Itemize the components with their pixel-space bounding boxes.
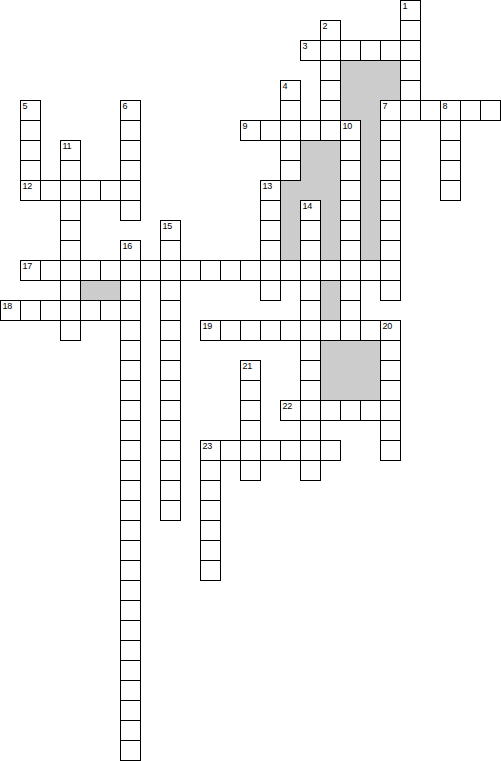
- grid-cell[interactable]: [120, 540, 141, 561]
- grid-cell[interactable]: [160, 480, 181, 501]
- clue-number: 1: [403, 2, 408, 11]
- clue-number: 9: [243, 122, 248, 131]
- grid-cell[interactable]: [60, 320, 81, 341]
- grid-cell[interactable]: [40, 180, 61, 201]
- grid-cell[interactable]: [120, 480, 141, 501]
- shaded-cell: [360, 360, 380, 380]
- grid-cell[interactable]: [60, 300, 81, 321]
- grid-cell[interactable]: [320, 120, 341, 141]
- grid-cell[interactable]: 11: [60, 140, 81, 161]
- grid-cell[interactable]: [220, 260, 241, 281]
- grid-cell[interactable]: [120, 400, 141, 421]
- grid-cell[interactable]: [160, 280, 181, 301]
- grid-cell[interactable]: [120, 600, 141, 621]
- grid-cell[interactable]: [400, 80, 421, 101]
- grid-cell[interactable]: 13: [260, 180, 281, 201]
- grid-cell[interactable]: [140, 260, 161, 281]
- shaded-cell: [360, 340, 380, 360]
- shaded-cell: [280, 200, 300, 220]
- clue-number: 18: [3, 302, 12, 311]
- grid-cell[interactable]: [280, 120, 301, 141]
- grid-cell[interactable]: [120, 680, 141, 701]
- shaded-cell: [320, 340, 340, 360]
- grid-cell[interactable]: 19: [200, 320, 221, 341]
- grid-cell[interactable]: [200, 480, 221, 501]
- grid-cell[interactable]: [240, 260, 261, 281]
- grid-cell[interactable]: [320, 100, 341, 121]
- grid-cell[interactable]: [200, 540, 221, 561]
- grid-cell[interactable]: 16: [120, 240, 141, 261]
- grid-cell[interactable]: [120, 320, 141, 341]
- grid-cell[interactable]: [280, 260, 301, 281]
- grid-cell[interactable]: [120, 280, 141, 301]
- grid-cell[interactable]: [200, 560, 221, 581]
- grid-cell[interactable]: [440, 180, 461, 201]
- grid-cell[interactable]: [300, 240, 321, 261]
- clue-number: 15: [163, 222, 172, 231]
- grid-cell[interactable]: [120, 500, 141, 521]
- grid-cell[interactable]: [160, 460, 181, 481]
- grid-cell[interactable]: [80, 260, 101, 281]
- clue-number: 10: [343, 122, 352, 131]
- shaded-cell: [360, 380, 380, 400]
- clue-number: 12: [23, 182, 32, 191]
- clue-number: 16: [123, 242, 132, 251]
- clue-number: 22: [283, 402, 292, 411]
- grid-cell[interactable]: [160, 360, 181, 381]
- grid-cell[interactable]: [40, 300, 61, 321]
- grid-cell[interactable]: [300, 120, 321, 141]
- clue-number: 21: [243, 362, 252, 371]
- grid-cell[interactable]: [300, 400, 321, 421]
- grid-cell[interactable]: [20, 300, 41, 321]
- grid-cell[interactable]: [240, 420, 261, 441]
- grid-cell[interactable]: [120, 460, 141, 481]
- shaded-cell: [380, 80, 400, 100]
- grid-cell[interactable]: [320, 60, 341, 81]
- clue-number: 23: [203, 442, 212, 451]
- grid-cell[interactable]: [440, 120, 461, 141]
- grid-cell[interactable]: [260, 440, 281, 461]
- grid-cell[interactable]: [100, 180, 121, 201]
- grid-cell[interactable]: [160, 320, 181, 341]
- grid-cell[interactable]: [300, 220, 321, 241]
- grid-cell[interactable]: 4: [280, 80, 301, 101]
- clue-number: 19: [203, 322, 212, 331]
- grid-cell[interactable]: [80, 180, 101, 201]
- grid-cell[interactable]: 21: [240, 360, 261, 381]
- shaded-cell: [280, 220, 300, 240]
- grid-cell[interactable]: [260, 120, 281, 141]
- grid-cell[interactable]: [160, 340, 181, 361]
- grid-cell[interactable]: [120, 640, 141, 661]
- grid-cell[interactable]: 10: [340, 120, 361, 141]
- grid-cell[interactable]: [120, 620, 141, 641]
- grid-cell[interactable]: [400, 40, 421, 61]
- grid-cell[interactable]: [380, 280, 401, 301]
- shaded-cell: [360, 220, 380, 240]
- grid-cell[interactable]: [120, 740, 141, 761]
- grid-cell[interactable]: 9: [240, 120, 261, 141]
- grid-cell[interactable]: [340, 40, 361, 61]
- grid-cell[interactable]: 3: [300, 40, 321, 61]
- grid-cell[interactable]: [160, 420, 181, 441]
- grid-cell[interactable]: [460, 100, 481, 121]
- grid-cell[interactable]: [120, 340, 141, 361]
- grid-cell[interactable]: [60, 240, 81, 261]
- grid-cell[interactable]: [120, 720, 141, 741]
- clue-number: 5: [23, 102, 28, 111]
- grid-cell[interactable]: [60, 220, 81, 241]
- grid-cell[interactable]: [160, 240, 181, 261]
- grid-cell[interactable]: [380, 120, 401, 141]
- grid-cell[interactable]: [120, 440, 141, 461]
- grid-cell[interactable]: [400, 100, 421, 121]
- grid-cell[interactable]: [60, 280, 81, 301]
- grid-cell[interactable]: [420, 100, 441, 121]
- grid-cell[interactable]: [360, 260, 381, 281]
- grid-cell[interactable]: [240, 440, 261, 461]
- grid-cell[interactable]: [120, 360, 141, 381]
- grid-cell[interactable]: [300, 420, 321, 441]
- grid-cell[interactable]: [100, 260, 121, 281]
- grid-cell[interactable]: 17: [20, 260, 41, 281]
- clue-number: 11: [63, 142, 72, 151]
- clue-number: 13: [263, 182, 272, 191]
- grid-cell[interactable]: [320, 440, 341, 461]
- grid-cell[interactable]: [220, 320, 241, 341]
- grid-cell[interactable]: [380, 40, 401, 61]
- grid-cell[interactable]: [200, 460, 221, 481]
- grid-cell[interactable]: [160, 260, 181, 281]
- grid-cell[interactable]: [400, 20, 421, 41]
- grid-cell[interactable]: 18: [0, 300, 21, 321]
- grid-cell[interactable]: [380, 340, 401, 361]
- grid-cell[interactable]: [120, 260, 141, 281]
- clue-number: 2: [323, 22, 328, 31]
- grid-cell[interactable]: [80, 300, 101, 321]
- grid-cell[interactable]: [300, 460, 321, 481]
- clue-number: 17: [23, 262, 32, 271]
- clue-number: 3: [303, 42, 308, 51]
- grid-cell[interactable]: [280, 160, 301, 181]
- clue-number: 7: [383, 102, 388, 111]
- grid-cell[interactable]: [300, 280, 321, 301]
- shaded-cell: [320, 380, 340, 400]
- shaded-cell: [340, 340, 360, 360]
- shaded-cell: [380, 60, 400, 80]
- grid-cell[interactable]: [20, 120, 41, 141]
- grid-cell[interactable]: [440, 160, 461, 181]
- grid-cell[interactable]: [360, 40, 381, 61]
- grid-cell[interactable]: [380, 200, 401, 221]
- grid-cell[interactable]: [20, 140, 41, 161]
- shaded-cell: [300, 140, 320, 160]
- grid-cell[interactable]: [200, 500, 221, 521]
- grid-cell[interactable]: [340, 200, 361, 221]
- grid-cell[interactable]: [260, 260, 281, 281]
- shaded-cell: [280, 180, 300, 200]
- shaded-cell: [320, 280, 340, 300]
- shaded-cell: [360, 120, 380, 140]
- grid-cell[interactable]: 15: [160, 220, 181, 241]
- grid-cell[interactable]: [120, 140, 141, 161]
- shaded-cell: [80, 280, 100, 300]
- grid-cell[interactable]: 20: [380, 320, 401, 341]
- grid-cell[interactable]: [280, 140, 301, 161]
- grid-cell[interactable]: [340, 260, 361, 281]
- shaded-cell: [320, 220, 340, 240]
- shaded-cell: [360, 100, 380, 120]
- grid-cell[interactable]: [120, 380, 141, 401]
- shaded-cell: [360, 80, 380, 100]
- grid-cell[interactable]: [120, 700, 141, 721]
- grid-cell[interactable]: [380, 240, 401, 261]
- grid-cell[interactable]: [120, 420, 141, 441]
- grid-cell[interactable]: [60, 260, 81, 281]
- grid-cell[interactable]: 1: [400, 0, 421, 21]
- grid-cell[interactable]: 5: [20, 100, 41, 121]
- shaded-cell: [360, 60, 380, 80]
- grid-cell[interactable]: [380, 140, 401, 161]
- grid-cell[interactable]: [480, 100, 501, 121]
- grid-cell[interactable]: [300, 260, 321, 281]
- clue-number: 20: [383, 322, 392, 331]
- grid-cell[interactable]: [220, 440, 241, 461]
- grid-cell[interactable]: [120, 200, 141, 221]
- grid-cell[interactable]: [120, 180, 141, 201]
- grid-cell[interactable]: 6: [120, 100, 141, 121]
- shaded-cell: [100, 280, 120, 300]
- shaded-cell: [360, 160, 380, 180]
- grid-cell[interactable]: [340, 400, 361, 421]
- clue-number: 4: [283, 82, 288, 91]
- grid-cell[interactable]: 23: [200, 440, 221, 461]
- clue-number: 6: [123, 102, 128, 111]
- grid-cell[interactable]: [380, 220, 401, 241]
- grid-cell[interactable]: [260, 280, 281, 301]
- grid-cell[interactable]: [320, 260, 341, 281]
- shaded-cell: [360, 200, 380, 220]
- grid-cell[interactable]: [240, 400, 261, 421]
- grid-cell[interactable]: [340, 220, 361, 241]
- grid-cell[interactable]: [320, 80, 341, 101]
- grid-cell[interactable]: [340, 240, 361, 261]
- clue-number: 14: [303, 202, 312, 211]
- shaded-cell: [300, 160, 320, 180]
- grid-cell[interactable]: [300, 300, 321, 321]
- grid-cell[interactable]: [20, 160, 41, 181]
- grid-cell[interactable]: [280, 440, 301, 461]
- grid-cell[interactable]: [380, 260, 401, 281]
- grid-cell[interactable]: [340, 180, 361, 201]
- grid-cell[interactable]: [340, 320, 361, 341]
- grid-cell[interactable]: [160, 300, 181, 321]
- grid-cell[interactable]: [320, 320, 341, 341]
- grid-cell[interactable]: 8: [440, 100, 461, 121]
- grid-cell[interactable]: [160, 380, 181, 401]
- grid-cell[interactable]: [120, 520, 141, 541]
- grid-cell[interactable]: [40, 260, 61, 281]
- shaded-cell: [360, 240, 380, 260]
- shaded-cell: [340, 60, 360, 80]
- shaded-cell: [320, 160, 340, 180]
- grid-cell[interactable]: [200, 260, 221, 281]
- grid-cell[interactable]: [300, 380, 321, 401]
- grid-cell[interactable]: [380, 400, 401, 421]
- grid-cell[interactable]: [340, 140, 361, 161]
- grid-cell[interactable]: [360, 320, 381, 341]
- shaded-cell: [320, 360, 340, 380]
- shaded-cell: [340, 80, 360, 100]
- grid-cell[interactable]: [440, 140, 461, 161]
- grid-cell[interactable]: 14: [300, 200, 321, 221]
- grid-cell[interactable]: [400, 60, 421, 81]
- shaded-cell: [320, 240, 340, 260]
- clue-number: 8: [443, 102, 448, 111]
- grid-cell[interactable]: [360, 400, 381, 421]
- grid-cell[interactable]: [160, 500, 181, 521]
- grid-cell[interactable]: [240, 380, 261, 401]
- crossword-board: 1234567891011121314151617181920212223: [0, 0, 501, 761]
- grid-cell[interactable]: [340, 160, 361, 181]
- grid-cell[interactable]: [60, 180, 81, 201]
- grid-cell[interactable]: 12: [20, 180, 41, 201]
- grid-cell[interactable]: [100, 300, 121, 321]
- shaded-cell: [320, 300, 340, 320]
- grid-cell[interactable]: [120, 120, 141, 141]
- grid-cell[interactable]: [240, 460, 261, 481]
- shaded-cell: [280, 240, 300, 260]
- grid-cell[interactable]: [280, 320, 301, 341]
- shaded-cell: [360, 140, 380, 160]
- grid-cell[interactable]: [340, 280, 361, 301]
- grid-cell[interactable]: [160, 400, 181, 421]
- grid-cell[interactable]: [260, 240, 281, 261]
- grid-cell[interactable]: 22: [280, 400, 301, 421]
- grid-cell[interactable]: [200, 520, 221, 541]
- grid-cell[interactable]: 7: [380, 100, 401, 121]
- shaded-cell: [360, 180, 380, 200]
- grid-cell[interactable]: [60, 160, 81, 181]
- grid-cell[interactable]: [380, 160, 401, 181]
- grid-cell[interactable]: [120, 580, 141, 601]
- grid-cell[interactable]: [300, 320, 321, 341]
- grid-cell[interactable]: [280, 100, 301, 121]
- shaded-cell: [320, 180, 340, 200]
- grid-cell[interactable]: [320, 400, 341, 421]
- grid-cell[interactable]: [60, 200, 81, 221]
- shaded-cell: [300, 180, 320, 200]
- shaded-cell: [320, 200, 340, 220]
- grid-cell[interactable]: [120, 560, 141, 581]
- grid-cell[interactable]: [180, 260, 201, 281]
- grid-cell[interactable]: [120, 660, 141, 681]
- grid-cell[interactable]: [260, 200, 281, 221]
- grid-cell[interactable]: [380, 360, 401, 381]
- grid-cell[interactable]: [380, 440, 401, 461]
- grid-cell[interactable]: [300, 340, 321, 361]
- grid-cell[interactable]: [300, 360, 321, 381]
- shaded-cell: [320, 140, 340, 160]
- grid-cell[interactable]: [380, 380, 401, 401]
- grid-cell[interactable]: [380, 180, 401, 201]
- grid-cell[interactable]: [380, 420, 401, 441]
- grid-cell[interactable]: [160, 440, 181, 461]
- grid-cell[interactable]: [260, 220, 281, 241]
- grid-cell[interactable]: [120, 300, 141, 321]
- grid-cell[interactable]: [260, 320, 281, 341]
- grid-cell[interactable]: 2: [320, 20, 341, 41]
- grid-cell[interactable]: [320, 40, 341, 61]
- grid-cell[interactable]: [120, 160, 141, 181]
- shaded-cell: [340, 100, 360, 120]
- shaded-cell: [340, 360, 360, 380]
- grid-cell[interactable]: [240, 320, 261, 341]
- grid-cell[interactable]: [340, 300, 361, 321]
- shaded-cell: [340, 380, 360, 400]
- grid-cell[interactable]: [300, 440, 321, 461]
